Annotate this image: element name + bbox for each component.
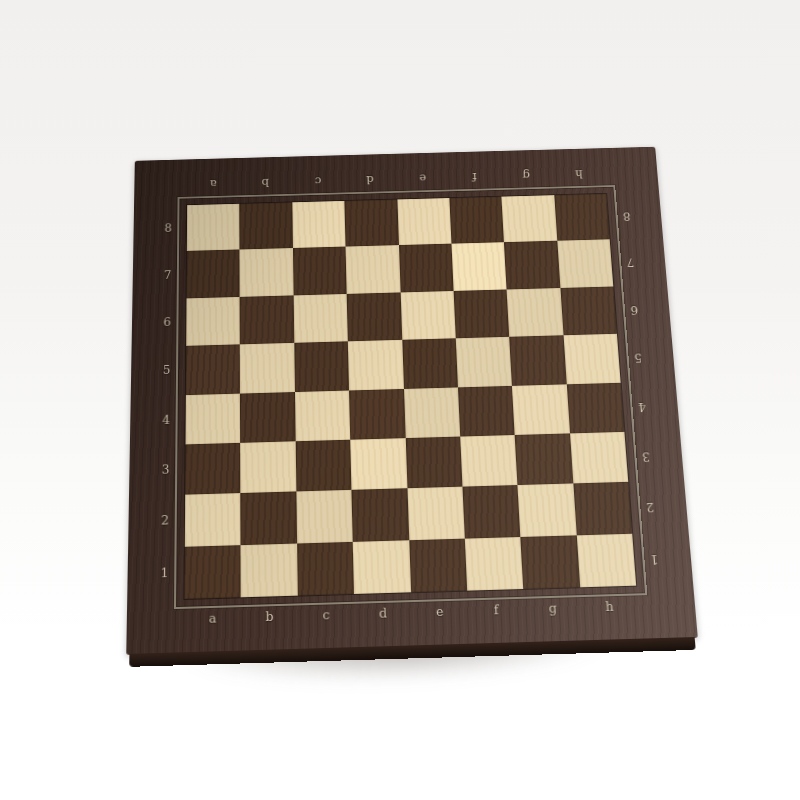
square-f2 bbox=[462, 485, 520, 538]
square-g6 bbox=[507, 288, 563, 337]
rank-label-1: 1 bbox=[144, 546, 185, 600]
rank-label-2: 2 bbox=[628, 481, 672, 533]
square-d7 bbox=[346, 245, 401, 293]
square-e6 bbox=[400, 291, 455, 340]
file-label-g: g bbox=[523, 587, 582, 629]
square-e3 bbox=[405, 436, 462, 488]
rank-label-4: 4 bbox=[621, 381, 664, 431]
file-label-d: d bbox=[354, 592, 412, 634]
square-e5 bbox=[402, 338, 458, 388]
square-c4 bbox=[295, 390, 351, 441]
square-d5 bbox=[348, 340, 404, 390]
rank-label-6: 6 bbox=[613, 285, 655, 334]
square-h5 bbox=[563, 334, 620, 384]
square-a8 bbox=[187, 204, 240, 252]
square-e8 bbox=[397, 198, 451, 245]
rank-label-2: 2 bbox=[145, 495, 186, 548]
square-d3 bbox=[350, 438, 407, 490]
square-a4 bbox=[186, 393, 241, 444]
file-label-a: a bbox=[187, 163, 239, 205]
square-f4 bbox=[458, 385, 515, 436]
rank-label-7: 7 bbox=[148, 251, 187, 299]
file-label-e: e bbox=[411, 591, 469, 633]
square-c7 bbox=[293, 247, 347, 295]
square-c5 bbox=[294, 341, 349, 391]
square-d2 bbox=[352, 488, 409, 541]
square-f7 bbox=[451, 242, 506, 290]
rank-label-5: 5 bbox=[147, 346, 186, 396]
square-e7 bbox=[399, 244, 454, 292]
rank-label-5: 5 bbox=[617, 333, 660, 383]
file-label-f: f bbox=[447, 156, 501, 198]
photo-background: abcdefgh abcdefgh 87654321 87654321 bbox=[0, 0, 800, 800]
rank-label-8: 8 bbox=[606, 193, 647, 240]
square-g1 bbox=[521, 535, 580, 589]
file-label-c: c bbox=[292, 160, 345, 202]
rank-label-4: 4 bbox=[146, 395, 186, 446]
file-label-b: b bbox=[241, 596, 298, 638]
square-g5 bbox=[509, 335, 566, 385]
square-d8 bbox=[345, 199, 399, 246]
square-d6 bbox=[347, 292, 402, 341]
square-b4 bbox=[240, 392, 295, 443]
square-d1 bbox=[353, 540, 411, 594]
square-a6 bbox=[186, 297, 240, 346]
file-label-b: b bbox=[239, 162, 292, 204]
square-a5 bbox=[186, 344, 240, 394]
file-label-f: f bbox=[467, 589, 526, 631]
square-b2 bbox=[241, 492, 297, 545]
square-e1 bbox=[409, 538, 467, 592]
square-h7 bbox=[557, 240, 613, 288]
file-label-c: c bbox=[298, 594, 356, 636]
square-g8 bbox=[502, 195, 557, 242]
rank-label-8: 8 bbox=[149, 205, 187, 252]
square-g7 bbox=[504, 241, 560, 289]
square-g2 bbox=[518, 484, 577, 537]
rank-label-7: 7 bbox=[610, 239, 652, 287]
file-label-h: h bbox=[580, 586, 639, 628]
square-h6 bbox=[560, 286, 617, 335]
square-b8 bbox=[240, 202, 293, 249]
square-c8 bbox=[292, 201, 346, 248]
chess-board: abcdefgh abcdefgh 87654321 87654321 bbox=[126, 147, 698, 655]
square-h1 bbox=[576, 533, 636, 587]
file-label-e: e bbox=[395, 157, 449, 199]
square-h8 bbox=[554, 194, 610, 241]
square-f3 bbox=[460, 435, 518, 487]
square-a2 bbox=[185, 493, 241, 546]
square-c2 bbox=[296, 490, 353, 543]
rank-label-6: 6 bbox=[147, 298, 186, 347]
file-label-h: h bbox=[551, 153, 606, 195]
square-b1 bbox=[241, 543, 298, 597]
rank-label-3: 3 bbox=[145, 444, 185, 496]
square-e2 bbox=[407, 487, 465, 540]
square-c6 bbox=[293, 294, 348, 343]
square-f6 bbox=[453, 289, 509, 338]
square-c3 bbox=[295, 440, 351, 492]
square-a7 bbox=[187, 250, 240, 298]
file-label-g: g bbox=[499, 154, 554, 196]
file-label-a: a bbox=[184, 597, 241, 639]
square-h2 bbox=[573, 482, 632, 535]
square-c1 bbox=[297, 542, 354, 596]
square-a1 bbox=[184, 545, 241, 599]
rank-label-3: 3 bbox=[624, 431, 667, 482]
square-d4 bbox=[349, 389, 405, 440]
square-g4 bbox=[512, 384, 570, 435]
square-h3 bbox=[570, 432, 629, 484]
squares-grid bbox=[184, 194, 636, 599]
square-f8 bbox=[449, 197, 504, 244]
file-label-d: d bbox=[344, 159, 397, 201]
square-b6 bbox=[240, 295, 294, 344]
square-b5 bbox=[240, 343, 295, 393]
square-f5 bbox=[456, 337, 512, 387]
square-f1 bbox=[465, 537, 524, 591]
rank-label-1: 1 bbox=[632, 532, 676, 585]
ranks-left: 87654321 bbox=[127, 205, 187, 601]
square-b7 bbox=[240, 248, 294, 296]
square-a3 bbox=[185, 443, 241, 495]
square-b3 bbox=[240, 441, 296, 493]
square-h4 bbox=[566, 382, 624, 433]
square-e4 bbox=[404, 387, 461, 438]
square-g3 bbox=[515, 433, 573, 485]
